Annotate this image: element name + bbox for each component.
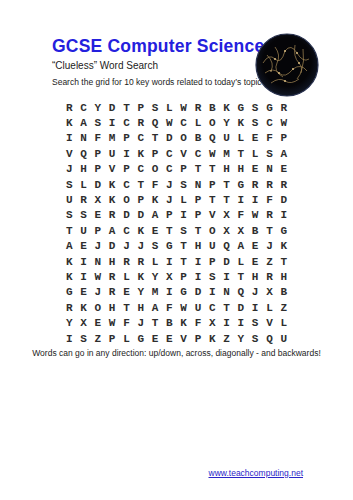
grid-cell: A: [277, 146, 291, 161]
grid-cell: X: [219, 223, 233, 238]
grid-cell: I: [219, 315, 233, 330]
grid-cell: S: [62, 177, 76, 192]
grid-cell: F: [191, 315, 205, 330]
grid-cell: J: [119, 239, 133, 254]
grid-cell: I: [248, 300, 262, 315]
grid-cell: P: [191, 192, 205, 207]
grid-cell: V: [177, 146, 191, 161]
grid-cell: N: [76, 131, 90, 146]
grid-cell: B: [248, 223, 262, 238]
grid-cell: R: [105, 285, 119, 300]
grid-cell: U: [277, 331, 291, 346]
grid-cell: I: [277, 208, 291, 223]
grid-cell: H: [134, 300, 148, 315]
grid-cell: K: [177, 315, 191, 330]
footer-link[interactable]: www.teachcomputing.net: [209, 468, 304, 478]
grid-cell: R: [62, 100, 76, 115]
grid-cell: W: [205, 146, 219, 161]
grid-cell: N: [91, 254, 105, 269]
grid-cell: C: [191, 146, 205, 161]
grid-cell: X: [162, 269, 176, 284]
grid-cell: O: [148, 162, 162, 177]
grid-cell: I: [191, 254, 205, 269]
grid-cell: F: [162, 300, 176, 315]
grid-cell: T: [234, 269, 248, 284]
grid-cell: J: [91, 285, 105, 300]
grid-cell: V: [105, 162, 119, 177]
grid-cell: R: [134, 115, 148, 130]
grid-cell: O: [205, 223, 219, 238]
grid-cell: G: [234, 177, 248, 192]
grid-cell: J: [134, 239, 148, 254]
grid-cell: K: [277, 239, 291, 254]
grid-cell: T: [219, 177, 233, 192]
grid-cell: K: [134, 269, 148, 284]
grid-cell: G: [162, 239, 176, 254]
grid-cell: P: [91, 223, 105, 238]
grid-cell: H: [248, 269, 262, 284]
grid-cell: E: [248, 131, 262, 146]
grid-cell: H: [76, 162, 90, 177]
globe-network-icon: [255, 33, 319, 97]
grid-cell: O: [119, 192, 133, 207]
grid-cell: S: [76, 208, 90, 223]
grid-cell: O: [91, 300, 105, 315]
grid-cell: P: [277, 131, 291, 146]
grid-cell: A: [148, 300, 162, 315]
grid-cell: Z: [91, 331, 105, 346]
grid-cell: Q: [76, 146, 90, 161]
grid-cell: T: [119, 300, 133, 315]
grid-cell: S: [91, 115, 105, 130]
grid-cell: P: [177, 162, 191, 177]
grid-cell: J: [162, 177, 176, 192]
grid-cell: T: [119, 100, 133, 115]
grid-cell: T: [177, 254, 191, 269]
grid-cell: T: [219, 192, 233, 207]
grid-cell: U: [219, 131, 233, 146]
grid-cell: J: [262, 239, 276, 254]
grid-cell: T: [191, 162, 205, 177]
wordsearch-grid: RCYDTPSLWRBKGSGRKASICRQWCLOYKSCWINFMPCTD…: [62, 100, 291, 346]
grid-cell: Z: [277, 300, 291, 315]
grid-cell: E: [148, 331, 162, 346]
grid-cell: V: [177, 331, 191, 346]
grid-cell: Z: [262, 254, 276, 269]
grid-cell: L: [148, 254, 162, 269]
grid-cell: S: [248, 100, 262, 115]
grid-cell: D: [105, 239, 119, 254]
grid-cell: H: [105, 300, 119, 315]
grid-cell: K: [62, 115, 76, 130]
grid-cell: I: [205, 285, 219, 300]
grid-cell: J: [248, 285, 262, 300]
grid-cell: T: [205, 162, 219, 177]
grid-cell: U: [191, 300, 205, 315]
grid-cell: T: [162, 223, 176, 238]
grid-cell: Y: [234, 331, 248, 346]
grid-cell: V: [205, 208, 219, 223]
grid-cell: D: [105, 100, 119, 115]
grid-cell: I: [234, 192, 248, 207]
grid-cell: X: [262, 285, 276, 300]
grid-cell: H: [191, 239, 205, 254]
grid-cell: G: [62, 285, 76, 300]
grid-cell: D: [91, 177, 105, 192]
grid-cell: L: [119, 331, 133, 346]
grid-cell: B: [191, 131, 205, 146]
grid-cell: T: [177, 239, 191, 254]
grid-cell: K: [105, 192, 119, 207]
grid-cell: Q: [262, 331, 276, 346]
grid-cell: I: [177, 208, 191, 223]
grid-cell: Y: [91, 100, 105, 115]
grid-cell: X: [76, 315, 90, 330]
grid-cell: J: [91, 239, 105, 254]
grid-cell: A: [76, 115, 90, 130]
directions-note: Words can go in any direction: up/down, …: [0, 348, 353, 358]
grid-cell: R: [105, 269, 119, 284]
grid-cell: F: [91, 131, 105, 146]
grid-cell: R: [105, 208, 119, 223]
grid-cell: P: [148, 146, 162, 161]
subtitle: “Clueless” Word Search: [52, 60, 158, 71]
grid-cell: K: [134, 223, 148, 238]
grid-cell: P: [119, 131, 133, 146]
grid-cell: C: [177, 115, 191, 130]
grid-cell: T: [234, 146, 248, 161]
grid-cell: E: [91, 315, 105, 330]
grid-cell: C: [262, 115, 276, 130]
grid-cell: R: [262, 269, 276, 284]
grid-cell: G: [234, 100, 248, 115]
grid-cell: U: [205, 239, 219, 254]
grid-cell: Z: [219, 331, 233, 346]
grid-cell: R: [262, 208, 276, 223]
page-title: GCSE Computer Science: [52, 36, 264, 57]
grid-cell: M: [105, 131, 119, 146]
grid-cell: N: [191, 177, 205, 192]
grid-cell: H: [219, 162, 233, 177]
grid-cell: W: [177, 100, 191, 115]
grid-cell: I: [219, 269, 233, 284]
grid-cell: D: [162, 131, 176, 146]
grid-cell: R: [248, 177, 262, 192]
grid-cell: S: [205, 269, 219, 284]
grid-cell: D: [234, 300, 248, 315]
grid-cell: T: [205, 192, 219, 207]
grid-cell: S: [177, 223, 191, 238]
grid-cell: P: [205, 254, 219, 269]
grid-cell: K: [134, 146, 148, 161]
grid-cell: L: [177, 192, 191, 207]
grid-cell: R: [62, 300, 76, 315]
grid-cell: P: [91, 162, 105, 177]
grid-cell: X: [91, 192, 105, 207]
grid-cell: P: [177, 269, 191, 284]
grid-cell: W: [91, 269, 105, 284]
grid-cell: R: [277, 100, 291, 115]
grid-cell: K: [62, 269, 76, 284]
grid-cell: A: [62, 239, 76, 254]
grid-cell: M: [148, 285, 162, 300]
grid-cell: I: [191, 269, 205, 284]
grid-cell: B: [162, 315, 176, 330]
grid-cell: L: [162, 100, 176, 115]
grid-cell: I: [162, 254, 176, 269]
grid-cell: A: [148, 208, 162, 223]
grid-cell: T: [134, 177, 148, 192]
grid-cell: I: [162, 285, 176, 300]
grid-cell: S: [248, 331, 262, 346]
instruction-text: Search the grid for 10 key words related…: [52, 77, 262, 87]
grid-cell: I: [248, 192, 262, 207]
grid-cell: G: [277, 223, 291, 238]
grid-cell: C: [119, 115, 133, 130]
grid-cell: E: [162, 331, 176, 346]
grid-cell: F: [262, 131, 276, 146]
grid-cell: K: [219, 100, 233, 115]
grid-cell: Y: [134, 285, 148, 300]
grid-cell: P: [91, 146, 105, 161]
grid-cell: K: [148, 192, 162, 207]
grid-cell: V: [262, 315, 276, 330]
grid-cell: B: [277, 285, 291, 300]
grid-cell: H: [277, 269, 291, 284]
grid-cell: A: [234, 239, 248, 254]
grid-cell: F: [148, 177, 162, 192]
grid-cell: N: [262, 162, 276, 177]
grid-cell: L: [248, 146, 262, 161]
grid-cell: C: [76, 100, 90, 115]
grid-cell: Q: [219, 239, 233, 254]
grid-cell: I: [105, 115, 119, 130]
grid-cell: D: [134, 208, 148, 223]
grid-cell: E: [248, 162, 262, 177]
grid-cell: L: [262, 300, 276, 315]
grid-cell: Y: [62, 315, 76, 330]
grid-cell: E: [76, 285, 90, 300]
grid-cell: E: [91, 208, 105, 223]
grid-cell: X: [234, 223, 248, 238]
grid-cell: E: [76, 239, 90, 254]
grid-cell: P: [134, 192, 148, 207]
grid-cell: L: [277, 315, 291, 330]
grid-cell: D: [219, 254, 233, 269]
grid-cell: W: [105, 315, 119, 330]
grid-cell: R: [191, 100, 205, 115]
grid-cell: R: [262, 177, 276, 192]
grid-cell: L: [119, 269, 133, 284]
grid-cell: G: [177, 285, 191, 300]
grid-cell: S: [62, 208, 76, 223]
grid-cell: W: [248, 208, 262, 223]
grid-cell: M: [219, 146, 233, 161]
grid-cell: S: [248, 115, 262, 130]
grid-cell: V: [62, 146, 76, 161]
grid-cell: I: [76, 269, 90, 284]
grid-cell: S: [262, 146, 276, 161]
grid-cell: Y: [219, 115, 233, 130]
grid-cell: W: [162, 115, 176, 130]
grid-cell: C: [162, 162, 176, 177]
grid-cell: C: [205, 300, 219, 315]
grid-cell: O: [205, 115, 219, 130]
grid-cell: G: [134, 331, 148, 346]
grid-cell: B: [205, 100, 219, 115]
grid-cell: P: [134, 100, 148, 115]
grid-cell: S: [148, 100, 162, 115]
grid-cell: H: [105, 254, 119, 269]
grid-cell: K: [205, 331, 219, 346]
grid-cell: D: [191, 285, 205, 300]
grid-cell: H: [234, 162, 248, 177]
grid-cell: D: [277, 192, 291, 207]
grid-cell: J: [62, 162, 76, 177]
grid-cell: K: [62, 254, 76, 269]
grid-cell: O: [177, 131, 191, 146]
grid-cell: I: [119, 146, 133, 161]
grid-cell: A: [105, 223, 119, 238]
grid-cell: X: [219, 208, 233, 223]
grid-cell: P: [191, 331, 205, 346]
grid-cell: T: [148, 131, 162, 146]
grid-cell: P: [162, 208, 176, 223]
grid-cell: S: [177, 177, 191, 192]
grid-cell: W: [177, 300, 191, 315]
grid-cell: U: [62, 192, 76, 207]
grid-cell: C: [162, 146, 176, 161]
grid-cell: T: [277, 254, 291, 269]
grid-cell: E: [148, 223, 162, 238]
grid-cell: E: [119, 285, 133, 300]
grid-cell: I: [62, 331, 76, 346]
grid-cell: C: [119, 177, 133, 192]
grid-cell: L: [191, 115, 205, 130]
globe-network-logo: [255, 33, 319, 97]
grid-cell: T: [219, 300, 233, 315]
grid-cell: E: [277, 162, 291, 177]
grid-cell: T: [191, 223, 205, 238]
grid-cell: N: [219, 285, 233, 300]
grid-cell: C: [134, 131, 148, 146]
grid-cell: Q: [148, 115, 162, 130]
grid-cell: L: [76, 177, 90, 192]
grid-cell: T: [262, 223, 276, 238]
worksheet-page: GCSE Computer Science “Clueless” Word Se…: [0, 0, 353, 500]
grid-cell: U: [105, 146, 119, 161]
grid-cell: G: [262, 100, 276, 115]
grid-cell: P: [191, 208, 205, 223]
grid-cell: F: [262, 192, 276, 207]
grid-cell: J: [134, 315, 148, 330]
grid-cell: P: [205, 177, 219, 192]
grid-cell: K: [234, 115, 248, 130]
grid-cell: S: [148, 239, 162, 254]
grid-cell: I: [62, 131, 76, 146]
grid-cell: Q: [205, 131, 219, 146]
grid-cell: Q: [234, 285, 248, 300]
grid-cell: K: [76, 300, 90, 315]
grid-cell: P: [105, 331, 119, 346]
grid-cell: U: [76, 223, 90, 238]
grid-cell: E: [248, 254, 262, 269]
grid-cell: R: [119, 254, 133, 269]
grid-cell: K: [105, 177, 119, 192]
grid-cell: T: [62, 223, 76, 238]
grid-cell: R: [277, 177, 291, 192]
grid-cell: S: [76, 331, 90, 346]
grid-cell: R: [76, 192, 90, 207]
grid-cell: E: [248, 239, 262, 254]
grid-cell: F: [234, 208, 248, 223]
grid-cell: I: [76, 254, 90, 269]
grid-cell: W: [277, 115, 291, 130]
grid-cell: J: [162, 192, 176, 207]
grid-cell: F: [119, 315, 133, 330]
grid-cell: S: [248, 315, 262, 330]
grid-cell: R: [134, 254, 148, 269]
grid-cell: P: [119, 162, 133, 177]
grid-cell: L: [234, 131, 248, 146]
grid-cell: D: [119, 208, 133, 223]
grid-cell: C: [119, 223, 133, 238]
grid-cell: T: [148, 315, 162, 330]
grid-cell: I: [234, 315, 248, 330]
grid-cell: Y: [148, 269, 162, 284]
grid-cell: X: [205, 315, 219, 330]
grid-cell: C: [134, 162, 148, 177]
grid-cell: L: [234, 254, 248, 269]
